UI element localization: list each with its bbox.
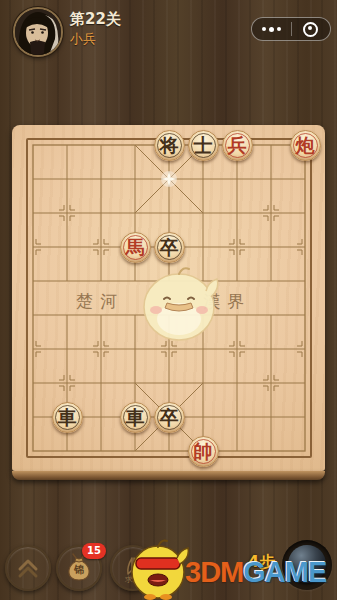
bag-character: 锦 [74, 563, 84, 577]
piece-red-馬[interactable]: 馬 [120, 232, 151, 263]
dark-stone-icon [288, 545, 326, 583]
avatar-portrait-icon [15, 9, 61, 55]
more-menu-button[interactable] [252, 18, 291, 40]
double-chevron-up-icon [15, 555, 41, 581]
hint-bag-button[interactable]: 锦 15 [56, 545, 102, 591]
dot-icon [277, 27, 281, 31]
river-label-left: 楚河 [76, 291, 124, 311]
piece-black-車[interactable]: 車 [120, 402, 151, 433]
watermark-3dm: 3DM [185, 556, 243, 588]
highlight-sparkle-icon [160, 170, 178, 188]
close-button[interactable] [292, 18, 331, 40]
dot-icon [269, 27, 274, 32]
piece-black-車[interactable]: 車 [52, 402, 83, 433]
help-label: 求助 [125, 574, 141, 585]
dot-icon [262, 27, 266, 31]
steps-counter: 4步 [248, 552, 275, 573]
board-front-edge [12, 471, 325, 480]
piece-red-帥[interactable]: 帥 [188, 436, 219, 467]
exit-circle-icon [303, 22, 318, 37]
app-screen: 第22关 小兵 楚河漢界将士兵炮馬卒車車卒帥 锦 15 求助 [0, 0, 337, 600]
player-avatar[interactable] [13, 7, 63, 57]
dark-stone-button[interactable] [282, 540, 332, 590]
piece-black-士[interactable]: 士 [188, 130, 219, 161]
level-title: 第22关 [70, 10, 121, 29]
xiangqi-board[interactable]: 楚河漢界将士兵炮馬卒車車卒帥 [12, 125, 325, 471]
ask-help-button[interactable]: 求助 [110, 545, 156, 591]
piece-red-兵[interactable]: 兵 [222, 130, 253, 161]
level-subtitle: 小兵 [70, 30, 96, 48]
piece-black-卒[interactable]: 卒 [154, 402, 185, 433]
expand-menu-button[interactable] [5, 545, 51, 591]
piece-black-将[interactable]: 将 [154, 130, 185, 161]
piece-black-卒[interactable]: 卒 [154, 232, 185, 263]
hint-count-badge: 15 [82, 543, 106, 559]
miniprogram-capsule [251, 17, 331, 41]
piece-red-炮[interactable]: 炮 [290, 130, 321, 161]
chick-mascot [139, 263, 219, 343]
